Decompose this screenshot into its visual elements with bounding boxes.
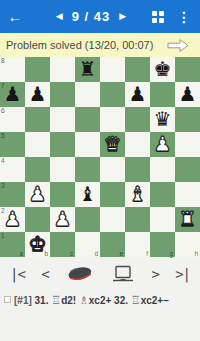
square-a3[interactable]: 3	[0, 182, 25, 207]
rank-label-5: 5	[1, 132, 5, 139]
square-h7[interactable]: ♟	[175, 82, 200, 107]
square-h3[interactable]	[175, 182, 200, 207]
app-bar: ← ◀ 9 / 43 ▶ ⋮	[0, 0, 200, 33]
square-f1[interactable]: f	[125, 232, 150, 257]
file-label-f: f	[146, 250, 148, 257]
square-a4[interactable]: 4	[0, 157, 25, 182]
problem-navigator: ◀ 9 / 43 ▶	[30, 9, 152, 24]
next-problem-icon[interactable]: ▶	[119, 12, 126, 21]
square-d2[interactable]	[75, 207, 100, 232]
square-a5[interactable]: 5	[0, 132, 25, 157]
rank-label-3: 3	[1, 182, 5, 189]
empty-area	[0, 307, 200, 341]
move-notation[interactable]: [#1] 31. ♖d2! ♗xc2+ 32. ♖xc2+−	[0, 291, 200, 307]
square-f2[interactable]	[125, 207, 150, 232]
white-r-h2: ♜	[175, 207, 200, 232]
go-first-button[interactable]: |<	[10, 267, 25, 281]
black-p-f7: ♟	[125, 82, 150, 107]
square-b8[interactable]	[25, 57, 50, 82]
rank-label-4: 4	[1, 157, 5, 164]
white-b-f3: ♝	[125, 182, 150, 207]
square-a7[interactable]: 7♟	[0, 82, 25, 107]
square-e3[interactable]	[100, 182, 125, 207]
white-p-c2: ♟	[50, 207, 75, 232]
rank-label-1: 1	[1, 232, 5, 239]
square-b4[interactable]	[25, 157, 50, 182]
file-label-d: d	[94, 250, 98, 257]
black-p-b7: ♟	[25, 82, 50, 107]
white-k-b1: ♚	[25, 232, 50, 257]
square-b5[interactable]	[25, 132, 50, 157]
next-arrow-icon[interactable]	[166, 38, 190, 53]
square-h5[interactable]	[175, 132, 200, 157]
black-k-g8: ♚	[150, 57, 175, 82]
square-c3[interactable]	[50, 182, 75, 207]
square-d1[interactable]: d	[75, 232, 100, 257]
black-q-g6: ♛	[150, 107, 175, 132]
move-text: [#1] 31. ♖d2! ♗xc2+ 32. ♖xc2+−	[14, 295, 169, 306]
square-d4[interactable]	[75, 157, 100, 182]
square-d7[interactable]	[75, 82, 100, 107]
square-c6[interactable]	[50, 107, 75, 132]
square-d8[interactable]: ♜	[75, 57, 100, 82]
prev-problem-icon[interactable]: ◀	[56, 12, 63, 21]
square-c8[interactable]	[50, 57, 75, 82]
rank-label-6: 6	[1, 107, 5, 114]
square-b3[interactable]: ♟	[25, 182, 50, 207]
file-label-a: a	[19, 250, 23, 257]
square-e5[interactable]: ♛	[100, 132, 125, 157]
app-window: ← ◀ 9 / 43 ▶ ⋮ Problem solved (13/20, 00…	[0, 0, 200, 341]
square-g1[interactable]: g	[150, 232, 175, 257]
square-h8[interactable]	[175, 57, 200, 82]
square-c2[interactable]: ♟	[50, 207, 75, 232]
square-e1[interactable]: e	[100, 232, 125, 257]
move-checkbox[interactable]	[4, 296, 11, 303]
white-p-a2: ♟	[0, 207, 25, 232]
square-f5[interactable]	[125, 132, 150, 157]
file-label-g: g	[169, 250, 173, 257]
square-a2[interactable]: 2♟	[0, 207, 25, 232]
file-label-e: e	[119, 250, 123, 257]
status-banner: Problem solved (13/20, 00:07)	[0, 33, 200, 57]
move-toolbar: |< < > >|	[0, 257, 200, 291]
square-b7[interactable]: ♟	[25, 82, 50, 107]
grid-view-icon[interactable]	[152, 11, 164, 23]
overflow-menu-icon[interactable]: ⋮	[177, 10, 191, 24]
chess-board: 8♜♚7♟♟♟♟6♛5♛♟43♟♝♝2♟♟♜1ab♚cdefgh	[0, 57, 200, 257]
square-b2[interactable]	[25, 207, 50, 232]
back-arrow-icon[interactable]: ←	[0, 8, 30, 25]
computer-icon[interactable]	[111, 265, 135, 283]
square-h6[interactable]	[175, 107, 200, 132]
square-e7[interactable]	[100, 82, 125, 107]
black-b-d3: ♝	[75, 182, 100, 207]
square-f7[interactable]: ♟	[125, 82, 150, 107]
mouse-icon[interactable]	[65, 266, 95, 282]
go-last-button[interactable]: >|	[175, 267, 190, 281]
square-e6[interactable]	[100, 107, 125, 132]
go-prev-button[interactable]: <	[41, 267, 48, 281]
file-label-c: c	[70, 250, 73, 257]
square-d3[interactable]: ♝	[75, 182, 100, 207]
go-next-button[interactable]: >	[151, 267, 158, 281]
white-q-e5: ♛	[100, 132, 125, 157]
square-a8[interactable]: 8	[0, 57, 25, 82]
problem-counter: 9 / 43	[72, 9, 111, 24]
black-p-h7: ♟	[175, 82, 200, 107]
square-c5[interactable]	[50, 132, 75, 157]
file-label-h: h	[194, 250, 198, 257]
square-g5[interactable]: ♟	[150, 132, 175, 157]
square-g6[interactable]: ♛	[150, 107, 175, 132]
square-e4[interactable]	[100, 157, 125, 182]
square-g8[interactable]: ♚	[150, 57, 175, 82]
square-b1[interactable]: b♚	[25, 232, 50, 257]
rank-label-8: 8	[1, 57, 5, 64]
white-p-g5: ♟	[150, 132, 175, 157]
square-d5[interactable]	[75, 132, 100, 157]
square-d6[interactable]	[75, 107, 100, 132]
white-p-b3: ♟	[25, 182, 50, 207]
square-g4[interactable]	[150, 157, 175, 182]
square-c1[interactable]: c	[50, 232, 75, 257]
square-c7[interactable]	[50, 82, 75, 107]
square-g7[interactable]	[150, 82, 175, 107]
square-h2[interactable]: ♜	[175, 207, 200, 232]
black-r-d8: ♜	[75, 57, 100, 82]
square-e2[interactable]	[100, 207, 125, 232]
black-p-a7: ♟	[0, 82, 25, 107]
square-c4[interactable]	[50, 157, 75, 182]
square-g2[interactable]	[150, 207, 175, 232]
square-f6[interactable]	[125, 107, 150, 132]
square-b6[interactable]	[25, 107, 50, 132]
square-g3[interactable]	[150, 182, 175, 207]
square-f3[interactable]: ♝	[125, 182, 150, 207]
square-f4[interactable]	[125, 157, 150, 182]
square-e8[interactable]	[100, 57, 125, 82]
square-h4[interactable]	[175, 157, 200, 182]
status-text: Problem solved (13/20, 00:07)	[6, 39, 166, 51]
square-f8[interactable]	[125, 57, 150, 82]
square-a1[interactable]: 1a	[0, 232, 25, 257]
square-a6[interactable]: 6	[0, 107, 25, 132]
square-h1[interactable]: h	[175, 232, 200, 257]
